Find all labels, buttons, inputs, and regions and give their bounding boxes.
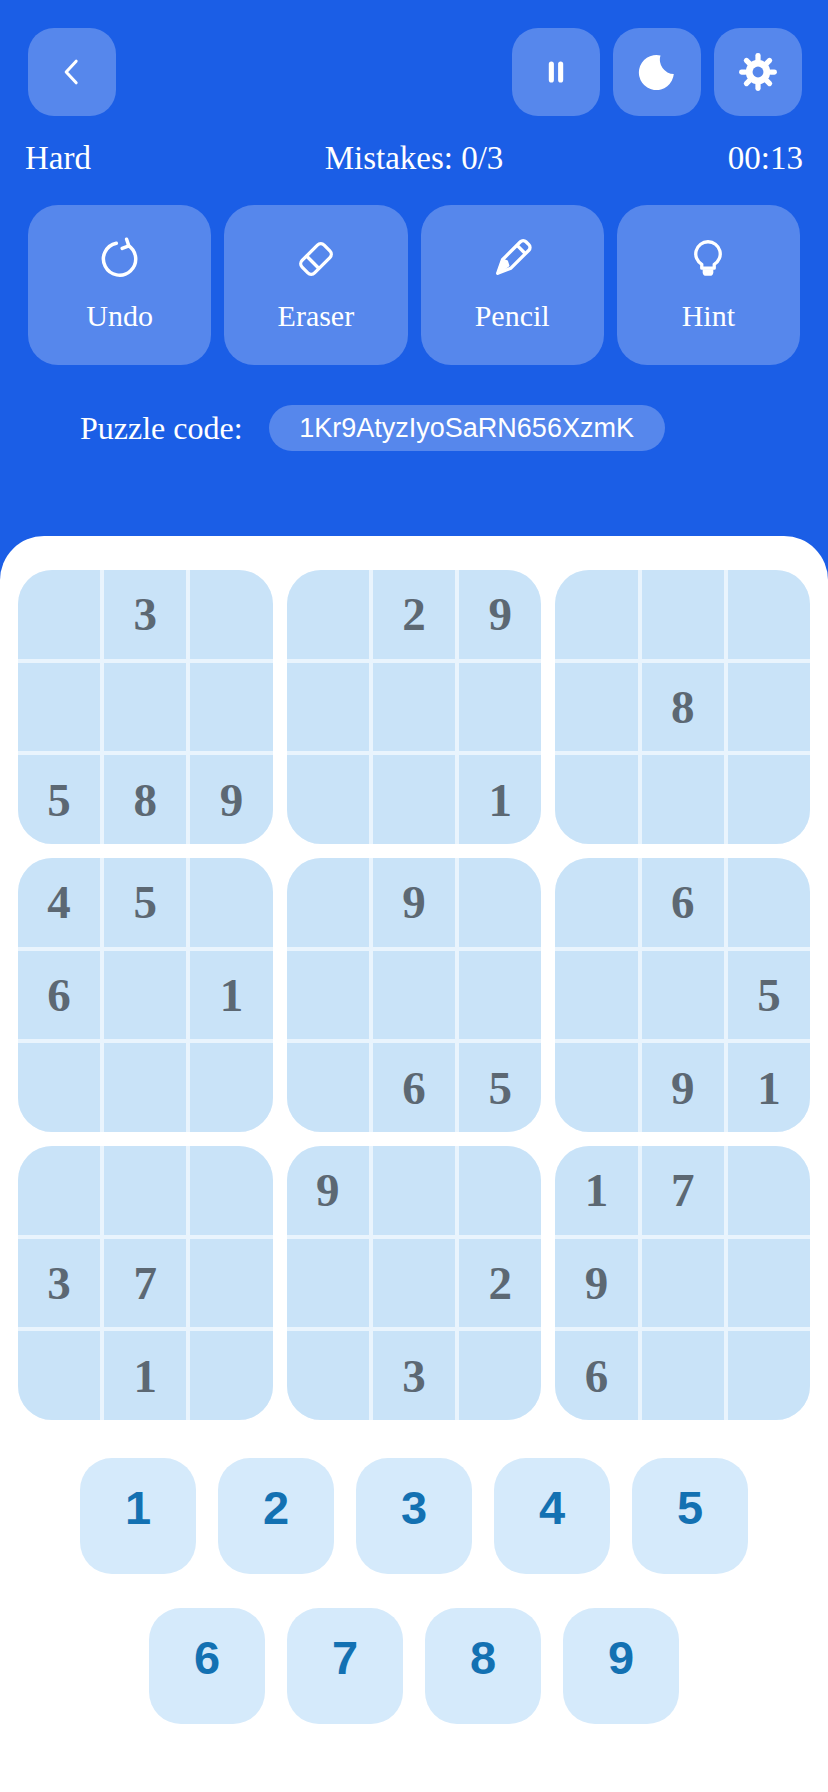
- sudoku-box: 6591: [555, 858, 810, 1132]
- sudoku-cell-r5c5[interactable]: [373, 951, 455, 1040]
- sudoku-cell-r7c2[interactable]: [104, 1146, 186, 1235]
- pencil-label: Pencil: [475, 299, 550, 333]
- sudoku-cell-r3c5[interactable]: [373, 755, 455, 844]
- sudoku-cell-r2c3[interactable]: [190, 663, 272, 752]
- sudoku-cell-r2c2[interactable]: [104, 663, 186, 752]
- sudoku-cell-r1c1[interactable]: [18, 570, 100, 659]
- sudoku-cell-r4c6[interactable]: [459, 858, 541, 947]
- sudoku-cell-r3c6[interactable]: 1: [459, 755, 541, 844]
- numpad-key-label: 4: [539, 1480, 565, 1535]
- sudoku-cell-r2c8[interactable]: 8: [642, 663, 724, 752]
- sudoku-cell-r9c2[interactable]: 1: [104, 1331, 186, 1420]
- top-bar-actions: [512, 28, 802, 116]
- sudoku-cell-r4c5[interactable]: 9: [373, 858, 455, 947]
- sudoku-cell-r8c1[interactable]: 3: [18, 1239, 100, 1328]
- sudoku-cell-r7c5[interactable]: [373, 1146, 455, 1235]
- sudoku-box: 923: [287, 1146, 542, 1420]
- eraser-button[interactable]: Eraser: [224, 205, 407, 365]
- sudoku-cell-r1c8[interactable]: [642, 570, 724, 659]
- sudoku-cell-r6c6[interactable]: 5: [459, 1043, 541, 1132]
- sudoku-box: 1796: [555, 1146, 810, 1420]
- sudoku-app-screen: Hard Mistakes: 0/3 00:13 Undo Eraser: [0, 0, 828, 1792]
- sudoku-cell-r8c6[interactable]: 2: [459, 1239, 541, 1328]
- sudoku-cell-r1c3[interactable]: [190, 570, 272, 659]
- sudoku-cell-r9c6[interactable]: [459, 1331, 541, 1420]
- sudoku-cell-r7c6[interactable]: [459, 1146, 541, 1235]
- undo-button[interactable]: Undo: [28, 205, 211, 365]
- numpad-key-3[interactable]: 3: [356, 1458, 472, 1574]
- numpad-key-label: 1: [125, 1480, 151, 1535]
- numpad-key-5[interactable]: 5: [632, 1458, 748, 1574]
- sudoku-cell-r9c7[interactable]: 6: [555, 1331, 637, 1420]
- back-chevron-icon: [52, 52, 92, 92]
- sudoku-cell-r7c9[interactable]: [728, 1146, 810, 1235]
- sudoku-cell-r3c4[interactable]: [287, 755, 369, 844]
- top-bar: [0, 0, 828, 116]
- sudoku-cell-r8c4[interactable]: [287, 1239, 369, 1328]
- puzzle-code-label: Puzzle code:: [80, 410, 243, 447]
- sudoku-cell-r2c7[interactable]: [555, 663, 637, 752]
- sudoku-cell-r5c7[interactable]: [555, 951, 637, 1040]
- sudoku-cell-r2c6[interactable]: [459, 663, 541, 752]
- sudoku-cell-r1c5[interactable]: 2: [373, 570, 455, 659]
- sudoku-cell-r3c8[interactable]: [642, 755, 724, 844]
- numpad-key-label: 5: [677, 1480, 703, 1535]
- numpad-key-label: 7: [332, 1630, 358, 1685]
- sudoku-cell-r8c9[interactable]: [728, 1239, 810, 1328]
- sudoku-cell-r3c3[interactable]: 9: [190, 755, 272, 844]
- sudoku-cell-r5c9[interactable]: 5: [728, 951, 810, 1040]
- sudoku-cell-r6c3[interactable]: [190, 1043, 272, 1132]
- sudoku-cell-r8c8[interactable]: [642, 1239, 724, 1328]
- sudoku-cell-r4c2[interactable]: 5: [104, 858, 186, 947]
- sudoku-cell-r5c2[interactable]: [104, 951, 186, 1040]
- sudoku-cell-r9c4[interactable]: [287, 1331, 369, 1420]
- sudoku-cell-r4c1[interactable]: 4: [18, 858, 100, 947]
- sudoku-cell-r6c1[interactable]: [18, 1043, 100, 1132]
- puzzle-code-row: Puzzle code: 1Kr9AtyzIyoSaRN656XzmK: [0, 365, 828, 451]
- number-pad-row-1: 12345: [18, 1458, 810, 1574]
- eraser-icon: [294, 237, 338, 281]
- sudoku-cell-r4c8[interactable]: 6: [642, 858, 724, 947]
- sudoku-cell-r5c1[interactable]: 6: [18, 951, 100, 1040]
- numpad-key-6[interactable]: 6: [149, 1608, 265, 1724]
- sudoku-box: 3589: [18, 570, 273, 844]
- sudoku-cell-r7c4[interactable]: 9: [287, 1146, 369, 1235]
- sudoku-cell-r3c2[interactable]: 8: [104, 755, 186, 844]
- sudoku-cell-r6c2[interactable]: [104, 1043, 186, 1132]
- sudoku-cell-r6c8[interactable]: 9: [642, 1043, 724, 1132]
- hint-button[interactable]: Hint: [617, 205, 800, 365]
- status-bar: Hard Mistakes: 0/3 00:13: [0, 116, 828, 177]
- numpad-key-8[interactable]: 8: [425, 1608, 541, 1724]
- pause-button[interactable]: [512, 28, 600, 116]
- numpad-key-label: 2: [263, 1480, 289, 1535]
- sudoku-cell-r4c9[interactable]: [728, 858, 810, 947]
- numpad-key-label: 6: [194, 1630, 220, 1685]
- sudoku-cell-r6c7[interactable]: [555, 1043, 637, 1132]
- sudoku-cell-r4c3[interactable]: [190, 858, 272, 947]
- back-button[interactable]: [28, 28, 116, 116]
- difficulty-label: Hard: [25, 140, 241, 177]
- sudoku-cell-r8c7[interactable]: 9: [555, 1239, 637, 1328]
- sudoku-cell-r1c2[interactable]: 3: [104, 570, 186, 659]
- mistakes-counter: Mistakes: 0/3: [241, 140, 587, 177]
- pencil-icon: [490, 237, 534, 281]
- numpad-key-4[interactable]: 4: [494, 1458, 610, 1574]
- sudoku-cell-r7c8[interactable]: 7: [642, 1146, 724, 1235]
- numpad-key-1[interactable]: 1: [80, 1458, 196, 1574]
- hint-label: Hint: [682, 299, 735, 333]
- sudoku-cell-r5c8[interactable]: [642, 951, 724, 1040]
- sudoku-cell-r7c1[interactable]: [18, 1146, 100, 1235]
- sudoku-cell-r3c1[interactable]: 5: [18, 755, 100, 844]
- numpad-key-7[interactable]: 7: [287, 1608, 403, 1724]
- sudoku-cell-r6c4[interactable]: [287, 1043, 369, 1132]
- sudoku-cell-r1c6[interactable]: 9: [459, 570, 541, 659]
- puzzle-code-value: 1Kr9AtyzIyoSaRN656XzmK: [299, 413, 634, 444]
- gear-icon: [737, 51, 779, 93]
- sudoku-box: 4561: [18, 858, 273, 1132]
- sudoku-cell-r6c9[interactable]: 1: [728, 1043, 810, 1132]
- settings-button[interactable]: [714, 28, 802, 116]
- sudoku-cell-r4c4[interactable]: [287, 858, 369, 947]
- sudoku-box: 291: [287, 570, 542, 844]
- toolbar: Undo Eraser Pencil Hint: [0, 177, 828, 365]
- numpad-key-9[interactable]: 9: [563, 1608, 679, 1724]
- pencil-button[interactable]: Pencil: [421, 205, 604, 365]
- dark-mode-button[interactable]: [613, 28, 701, 116]
- sudoku-cell-r3c7[interactable]: [555, 755, 637, 844]
- header: Hard Mistakes: 0/3 00:13 Undo Eraser: [0, 0, 828, 580]
- sudoku-cell-r9c1[interactable]: [18, 1331, 100, 1420]
- sudoku-box: 371: [18, 1146, 273, 1420]
- sudoku-cell-r9c8[interactable]: [642, 1331, 724, 1420]
- sudoku-cell-r1c7[interactable]: [555, 570, 637, 659]
- timer: 00:13: [587, 140, 803, 177]
- sudoku-cell-r6c5[interactable]: 6: [373, 1043, 455, 1132]
- moon-icon: [636, 51, 678, 93]
- sudoku-cell-r1c9[interactable]: [728, 570, 810, 659]
- sudoku-cell-r8c3[interactable]: [190, 1239, 272, 1328]
- sudoku-cell-r7c7[interactable]: 1: [555, 1146, 637, 1235]
- number-pad: 12345 6789: [18, 1420, 810, 1724]
- sudoku-cell-r5c4[interactable]: [287, 951, 369, 1040]
- sudoku-cell-r8c2[interactable]: 7: [104, 1239, 186, 1328]
- numpad-key-label: 9: [608, 1630, 634, 1685]
- pause-icon: [538, 54, 574, 90]
- sudoku-cell-r1c4[interactable]: [287, 570, 369, 659]
- sudoku-cell-r2c5[interactable]: [373, 663, 455, 752]
- numpad-key-label: 3: [401, 1480, 427, 1535]
- sudoku-box: 965: [287, 858, 542, 1132]
- puzzle-code-input[interactable]: 1Kr9AtyzIyoSaRN656XzmK: [269, 405, 665, 451]
- sudoku-board: 3589 291 8 4561 965 6591 371 923 1796: [18, 570, 810, 1420]
- sudoku-cell-r9c9[interactable]: [728, 1331, 810, 1420]
- sudoku-cell-r3c9[interactable]: [728, 755, 810, 844]
- sudoku-cell-r9c3[interactable]: [190, 1331, 272, 1420]
- numpad-key-2[interactable]: 2: [218, 1458, 334, 1574]
- numpad-key-label: 8: [470, 1630, 496, 1685]
- sudoku-cell-r7c3[interactable]: [190, 1146, 272, 1235]
- sudoku-cell-r5c6[interactable]: [459, 951, 541, 1040]
- undo-arrow-icon: [98, 237, 142, 281]
- sudoku-cell-r2c1[interactable]: [18, 663, 100, 752]
- sudoku-box: 8: [555, 570, 810, 844]
- board-card: 3589 291 8 4561 965 6591 371 923 1796 12…: [0, 536, 828, 1724]
- undo-label: Undo: [86, 299, 153, 333]
- sudoku-cell-r8c5[interactable]: [373, 1239, 455, 1328]
- sudoku-cell-r2c4[interactable]: [287, 663, 369, 752]
- lightbulb-icon: [686, 237, 730, 281]
- number-pad-row-2: 6789: [18, 1608, 810, 1724]
- sudoku-cell-r2c9[interactable]: [728, 663, 810, 752]
- sudoku-cell-r4c7[interactable]: [555, 858, 637, 947]
- sudoku-cell-r5c3[interactable]: 1: [190, 951, 272, 1040]
- sudoku-cell-r9c5[interactable]: 3: [373, 1331, 455, 1420]
- eraser-label: Eraser: [278, 299, 355, 333]
